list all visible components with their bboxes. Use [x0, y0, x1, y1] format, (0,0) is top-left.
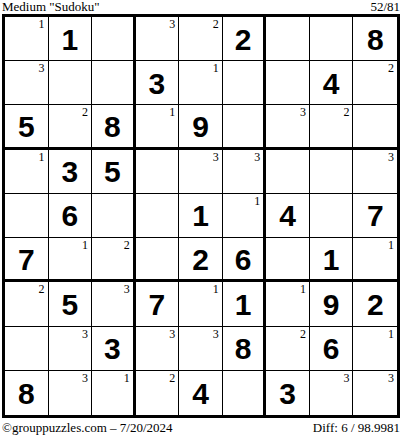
- pencil-mark: 3: [213, 328, 219, 340]
- pencil-mark: 1: [213, 62, 219, 74]
- pencil-mark: 2: [300, 328, 306, 340]
- cell-r5c6[interactable]: 1: [223, 194, 267, 238]
- cell-r8c1[interactable]: [5, 327, 49, 371]
- pencil-mark: 1: [39, 18, 45, 30]
- cell-value: 1: [192, 201, 209, 231]
- cell-value: 3: [61, 157, 78, 187]
- cell-r9c8[interactable]: 3: [310, 371, 354, 415]
- cell-r6c9[interactable]: 1: [353, 238, 397, 282]
- difficulty-rating: Diff: 6 / 98.9981: [313, 421, 400, 435]
- cell-r2c4[interactable]: 3: [136, 61, 180, 105]
- cell-r5c8[interactable]: [310, 194, 354, 238]
- cell-r9c5[interactable]: 4: [179, 371, 223, 415]
- copyright-date: ©grouppuzzles.com – 7/20/2024: [2, 421, 173, 435]
- cell-value: 5: [61, 290, 78, 320]
- cell-r1c1[interactable]: 1: [5, 17, 49, 61]
- cell-value: 2: [367, 290, 384, 320]
- cell-r7c5[interactable]: 1: [179, 282, 223, 326]
- cells-remaining-counter: 52/81: [370, 0, 400, 13]
- cell-r1c5[interactable]: 2: [179, 17, 223, 61]
- cell-value: 6: [61, 201, 78, 231]
- cell-value: 4: [279, 201, 296, 231]
- pencil-mark: 2: [388, 62, 394, 74]
- pencil-mark: 3: [254, 151, 260, 163]
- cell-r8c3[interactable]: 3: [92, 327, 136, 371]
- cell-r3c5[interactable]: 9: [179, 105, 223, 149]
- cell-value: 3: [149, 69, 166, 99]
- cell-r8c2[interactable]: 3: [49, 327, 93, 371]
- cell-r2c8[interactable]: 4: [310, 61, 354, 105]
- pencil-mark: 2: [169, 372, 175, 384]
- cell-r6c2[interactable]: 1: [49, 238, 93, 282]
- pencil-mark: 3: [82, 372, 88, 384]
- cell-r1c9[interactable]: 8: [353, 17, 397, 61]
- cell-value: 4: [323, 69, 340, 99]
- cell-r9c4[interactable]: 2: [136, 371, 180, 415]
- cell-r1c6[interactable]: 2: [223, 17, 267, 61]
- cell-r8c7[interactable]: 2: [266, 327, 310, 371]
- cell-r1c2[interactable]: 1: [49, 17, 93, 61]
- pencil-mark: 3: [388, 151, 394, 163]
- pencil-mark: 3: [124, 283, 130, 295]
- footer: ©grouppuzzles.com – 7/20/2024 Diff: 6 / …: [0, 418, 402, 437]
- cell-r4c6[interactable]: 3: [223, 150, 267, 194]
- cell-r1c4[interactable]: 3: [136, 17, 180, 61]
- cell-value: 7: [149, 290, 166, 320]
- pencil-mark: 1: [82, 239, 88, 251]
- cell-r2c6[interactable]: [223, 61, 267, 105]
- pencil-mark: 3: [169, 328, 175, 340]
- cell-r9c7[interactable]: 3: [266, 371, 310, 415]
- cell-r7c2[interactable]: 5: [49, 282, 93, 326]
- cell-r6c8[interactable]: 1: [310, 238, 354, 282]
- pencil-mark: 3: [388, 372, 394, 384]
- cell-r5c7[interactable]: 4: [266, 194, 310, 238]
- cell-value: 5: [104, 157, 121, 187]
- cell-value: 2: [235, 25, 252, 55]
- cell-value: 3: [279, 379, 296, 409]
- cell-r6c3[interactable]: 2: [92, 238, 136, 282]
- cell-r8c8[interactable]: 6: [310, 327, 354, 371]
- cell-value: 7: [18, 245, 35, 275]
- puzzle-title: Medium "Sudoku": [2, 0, 100, 13]
- cell-r2c5[interactable]: 1: [179, 61, 223, 105]
- pencil-mark: 3: [82, 328, 88, 340]
- cell-r2c2[interactable]: [49, 61, 93, 105]
- cell-r5c2[interactable]: 6: [49, 194, 93, 238]
- cell-r7c4[interactable]: 7: [136, 282, 180, 326]
- cell-r3c3[interactable]: 8: [92, 105, 136, 149]
- cell-r3c2[interactable]: 2: [49, 105, 93, 149]
- cell-value: 1: [323, 245, 340, 275]
- cell-r9c3[interactable]: 1: [92, 371, 136, 415]
- pencil-mark: 2: [343, 106, 349, 118]
- cell-r5c4[interactable]: [136, 194, 180, 238]
- cell-r8c5[interactable]: 3: [179, 327, 223, 371]
- cell-value: 7: [367, 201, 384, 231]
- cell-r4c4[interactable]: [136, 150, 180, 194]
- cell-r2c9[interactable]: 2: [353, 61, 397, 105]
- pencil-mark: 1: [388, 328, 394, 340]
- pencil-mark: 3: [39, 62, 45, 74]
- pencil-mark: 2: [124, 239, 130, 251]
- cell-r5c5[interactable]: 1: [179, 194, 223, 238]
- cell-r6c4[interactable]: [136, 238, 180, 282]
- pencil-mark: 3: [300, 106, 306, 118]
- cell-r8c4[interactable]: 3: [136, 327, 180, 371]
- pencil-mark: 1: [388, 239, 394, 251]
- cell-r7c1[interactable]: 2: [5, 282, 49, 326]
- cell-r4c8[interactable]: [310, 150, 354, 194]
- pencil-mark: 3: [343, 372, 349, 384]
- cell-value: 5: [18, 112, 35, 142]
- cell-r9c2[interactable]: 3: [49, 371, 93, 415]
- cell-value: 1: [61, 25, 78, 55]
- cell-r5c9[interactable]: 7: [353, 194, 397, 238]
- cell-r4c1[interactable]: 1: [5, 150, 49, 194]
- pencil-mark: 3: [213, 151, 219, 163]
- cell-value: 6: [235, 245, 252, 275]
- sudoku-grid[interactable]: 1132283314252819321353336114771226112537…: [2, 14, 400, 418]
- cell-value: 8: [104, 112, 121, 142]
- cell-value: 8: [18, 379, 35, 409]
- pencil-mark: 1: [213, 283, 219, 295]
- pencil-mark: 1: [124, 372, 130, 384]
- cell-r7c7[interactable]: 1: [266, 282, 310, 326]
- pencil-mark: 1: [254, 195, 260, 207]
- cell-r4c5[interactable]: 3: [179, 150, 223, 194]
- cell-value: 1: [235, 290, 252, 320]
- cell-r9c1[interactable]: 8: [5, 371, 49, 415]
- cell-r3c4[interactable]: 1: [136, 105, 180, 149]
- cell-value: 6: [323, 334, 340, 364]
- pencil-mark: 2: [213, 18, 219, 30]
- cell-r7c6[interactable]: 1: [223, 282, 267, 326]
- cell-r9c6[interactable]: [223, 371, 267, 415]
- cell-r3c9[interactable]: [353, 105, 397, 149]
- pencil-mark: 1: [300, 283, 306, 295]
- cell-r8c6[interactable]: 8: [223, 327, 267, 371]
- cell-r2c1[interactable]: 3: [5, 61, 49, 105]
- cell-value: 8: [235, 334, 252, 364]
- cell-value: 9: [192, 112, 209, 142]
- cell-r7c3[interactable]: 3: [92, 282, 136, 326]
- cell-r6c1[interactable]: 7: [5, 238, 49, 282]
- cell-r9c9[interactable]: 3: [353, 371, 397, 415]
- cell-r3c8[interactable]: 2: [310, 105, 354, 149]
- cell-value: 2: [192, 245, 209, 275]
- cell-r4c2[interactable]: 3: [49, 150, 93, 194]
- cell-value: 9: [323, 290, 340, 320]
- cell-r8c9[interactable]: 1: [353, 327, 397, 371]
- header: Medium "Sudoku" 52/81: [0, 0, 402, 14]
- cell-r7c9[interactable]: 2: [353, 282, 397, 326]
- pencil-mark: 1: [169, 106, 175, 118]
- cell-r2c3[interactable]: [92, 61, 136, 105]
- cell-r2c7[interactable]: [266, 61, 310, 105]
- cell-r6c6[interactable]: 6: [223, 238, 267, 282]
- cell-r3c1[interactable]: 5: [5, 105, 49, 149]
- pencil-mark: 3: [169, 18, 175, 30]
- cell-r6c5[interactable]: 2: [179, 238, 223, 282]
- pencil-mark: 2: [82, 106, 88, 118]
- pencil-mark: 2: [39, 283, 45, 295]
- cell-r1c8[interactable]: [310, 17, 354, 61]
- cell-r6c7[interactable]: [266, 238, 310, 282]
- cell-r4c3[interactable]: 5: [92, 150, 136, 194]
- cell-r4c7[interactable]: [266, 150, 310, 194]
- cell-r1c7[interactable]: [266, 17, 310, 61]
- cell-r5c3[interactable]: [92, 194, 136, 238]
- cell-r5c1[interactable]: [5, 194, 49, 238]
- cell-value: 4: [192, 379, 209, 409]
- cell-value: 8: [367, 25, 384, 55]
- cell-r3c6[interactable]: [223, 105, 267, 149]
- cell-r7c8[interactable]: 9: [310, 282, 354, 326]
- pencil-mark: 1: [39, 151, 45, 163]
- cell-r3c7[interactable]: 3: [266, 105, 310, 149]
- cell-r4c9[interactable]: 3: [353, 150, 397, 194]
- cell-r1c3[interactable]: [92, 17, 136, 61]
- cell-value: 3: [104, 334, 121, 364]
